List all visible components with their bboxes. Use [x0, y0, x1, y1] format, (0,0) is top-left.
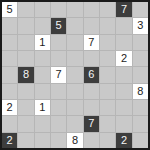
cell-r1-c5[interactable] [67, 2, 82, 17]
cell-r4-c5[interactable] [67, 51, 82, 66]
cell-r6-c7[interactable] [100, 84, 115, 99]
cell-r6-c9[interactable]: 8 [133, 84, 148, 99]
cell-r1-c1[interactable]: 5 [2, 2, 17, 17]
cell-r5-c6[interactable]: 6 [84, 67, 99, 82]
cell-r9-c9[interactable] [133, 133, 148, 148]
cell-r3-c3[interactable]: 1 [35, 35, 50, 50]
cell-r9-c7[interactable] [100, 133, 115, 148]
cell-r2-c4[interactable]: 5 [51, 18, 66, 33]
cell-r4-c1[interactable] [2, 51, 17, 66]
cell-r4-c8[interactable]: 2 [116, 51, 131, 66]
cell-r3-c9[interactable] [133, 35, 148, 50]
cell-r5-c3[interactable] [35, 67, 50, 82]
cell-r3-c6[interactable]: 7 [84, 35, 99, 50]
cell-r7-c7[interactable] [100, 100, 115, 115]
cell-r4-c2[interactable] [18, 51, 33, 66]
cell-r5-c8[interactable] [116, 67, 131, 82]
cell-r7-c3[interactable]: 1 [35, 100, 50, 115]
cell-r7-c4[interactable] [51, 100, 66, 115]
cell-r2-c3[interactable] [35, 18, 50, 33]
puzzle-grid: 57531728768217282 [2, 2, 148, 148]
cell-r5-c1[interactable] [2, 67, 17, 82]
cell-r8-c2[interactable] [18, 116, 33, 131]
cell-r7-c1[interactable]: 2 [2, 100, 17, 115]
cell-r9-c6[interactable] [84, 133, 99, 148]
cell-r3-c7[interactable] [100, 35, 115, 50]
cell-r1-c2[interactable] [18, 2, 33, 17]
cell-r6-c4[interactable] [51, 84, 66, 99]
cell-r1-c4[interactable] [51, 2, 66, 17]
cell-r6-c1[interactable] [2, 84, 17, 99]
cell-r9-c5[interactable]: 8 [67, 133, 82, 148]
cell-r5-c4[interactable]: 7 [51, 67, 66, 82]
cell-r2-c8[interactable] [116, 18, 131, 33]
cell-r6-c8[interactable] [116, 84, 131, 99]
cell-r1-c7[interactable] [100, 2, 115, 17]
cell-r6-c2[interactable] [18, 84, 33, 99]
cell-r8-c1[interactable] [2, 116, 17, 131]
cell-r7-c5[interactable] [67, 100, 82, 115]
cell-r8-c7[interactable] [100, 116, 115, 131]
cell-r4-c9[interactable] [133, 51, 148, 66]
cell-r5-c9[interactable] [133, 67, 148, 82]
cell-r2-c6[interactable] [84, 18, 99, 33]
cell-r7-c2[interactable] [18, 100, 33, 115]
cell-r9-c4[interactable] [51, 133, 66, 148]
cell-r4-c6[interactable] [84, 51, 99, 66]
cell-r5-c2[interactable]: 8 [18, 67, 33, 82]
cell-r9-c1[interactable]: 2 [2, 133, 17, 148]
cell-r2-c7[interactable] [100, 18, 115, 33]
cell-r1-c3[interactable] [35, 2, 50, 17]
cell-r8-c3[interactable] [35, 116, 50, 131]
cell-r6-c3[interactable] [35, 84, 50, 99]
cell-r6-c5[interactable] [67, 84, 82, 99]
cell-r7-c9[interactable] [133, 100, 148, 115]
cell-r3-c5[interactable] [67, 35, 82, 50]
cell-r3-c4[interactable] [51, 35, 66, 50]
cell-r1-c8[interactable]: 7 [116, 2, 131, 17]
cell-r4-c3[interactable] [35, 51, 50, 66]
cell-r8-c4[interactable] [51, 116, 66, 131]
cell-r1-c6[interactable] [84, 2, 99, 17]
cell-r7-c8[interactable] [116, 100, 131, 115]
cell-r3-c1[interactable] [2, 35, 17, 50]
cell-r9-c8[interactable]: 2 [116, 133, 131, 148]
cell-r4-c4[interactable] [51, 51, 66, 66]
cell-r7-c6[interactable] [84, 100, 99, 115]
cell-r9-c3[interactable] [35, 133, 50, 148]
cell-r8-c5[interactable] [67, 116, 82, 131]
cell-r5-c5[interactable] [67, 67, 82, 82]
cell-r8-c9[interactable] [133, 116, 148, 131]
cell-r2-c9[interactable]: 3 [133, 18, 148, 33]
puzzle-board: 57531728768217282 [0, 0, 150, 150]
cell-r9-c2[interactable] [18, 133, 33, 148]
cell-r4-c7[interactable] [100, 51, 115, 66]
cell-r8-c6[interactable]: 7 [84, 116, 99, 131]
cell-r5-c7[interactable] [100, 67, 115, 82]
cell-r1-c9[interactable] [133, 2, 148, 17]
cell-r3-c2[interactable] [18, 35, 33, 50]
cell-r3-c8[interactable] [116, 35, 131, 50]
cell-r2-c5[interactable] [67, 18, 82, 33]
cell-r8-c8[interactable] [116, 116, 131, 131]
cell-r2-c2[interactable] [18, 18, 33, 33]
cell-r6-c6[interactable] [84, 84, 99, 99]
cell-r2-c1[interactable] [2, 18, 17, 33]
